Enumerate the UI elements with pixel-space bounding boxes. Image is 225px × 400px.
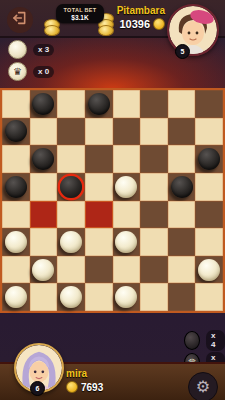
square-r6c3[interactable] (85, 256, 113, 284)
white-man[interactable]: ○ (5, 286, 27, 308)
square-r7c6[interactable] (168, 283, 196, 311)
black-man[interactable]: ● (60, 176, 82, 198)
board: ●●●●●●●○●○○○○○○○○ (0, 88, 225, 313)
total-bet-value: $3.1K (56, 14, 104, 21)
black-man[interactable]: ● (88, 93, 110, 115)
square-r7c1 (30, 283, 58, 311)
square-r4c7[interactable] (195, 201, 223, 229)
square-r5c6[interactable] (168, 228, 196, 256)
square-r1c5 (140, 118, 168, 146)
total-bet-label: TOTAL BET (56, 7, 104, 13)
exit-button[interactable] (7, 7, 33, 33)
player-captured-men: x 4 (184, 330, 225, 351)
square-r0c2 (57, 90, 85, 118)
square-r0c1[interactable]: ● (30, 90, 58, 118)
square-r7c3 (85, 283, 113, 311)
settings-button[interactable]: ⚙ (188, 372, 218, 400)
black-man[interactable]: ● (5, 120, 27, 142)
square-r6c4 (113, 256, 141, 284)
white-man[interactable]: ○ (115, 176, 137, 198)
square-r1c6[interactable] (168, 118, 196, 146)
square-r7c2[interactable]: ○ (57, 283, 85, 311)
square-r7c5 (140, 283, 168, 311)
white-man[interactable]: ○ (115, 231, 137, 253)
opponent-captured-kings: ♛ x 0 (8, 62, 54, 81)
square-r6c7[interactable]: ○ (195, 256, 223, 284)
square-r5c7 (195, 228, 223, 256)
square-r3c0[interactable]: ● (2, 173, 30, 201)
white-man[interactable]: ○ (5, 231, 27, 253)
opponent-coins: 10396 (119, 18, 150, 30)
square-r1c1 (30, 118, 58, 146)
square-r1c0[interactable]: ● (2, 118, 30, 146)
square-r6c2 (57, 256, 85, 284)
square-r2c3[interactable] (85, 145, 113, 173)
opponent-info: Pitambara 10396 (117, 5, 165, 30)
opponent-captured-men: x 3 (8, 40, 54, 59)
opponent-name: Pitambara (117, 5, 165, 16)
captured-men-count: x 3 (33, 44, 54, 56)
square-r0c5[interactable] (140, 90, 168, 118)
square-r0c0 (2, 90, 30, 118)
square-r3c1 (30, 173, 58, 201)
white-man[interactable]: ○ (60, 286, 82, 308)
coin-icon (153, 18, 165, 30)
black-man[interactable]: ● (32, 93, 54, 115)
square-r2c0 (2, 145, 30, 173)
square-r3c4[interactable]: ○ (113, 173, 141, 201)
white-king-icon: ♛ (8, 62, 27, 81)
captured-men-count: x 4 (206, 330, 225, 351)
player-level-badge: 6 (30, 381, 45, 396)
white-man[interactable]: ○ (115, 286, 137, 308)
player-name: mira (66, 368, 103, 379)
white-man[interactable]: ○ (32, 259, 54, 281)
gear-icon: ⚙ (196, 379, 210, 395)
square-r4c1[interactable] (30, 201, 58, 229)
player-info: mira 7693 (66, 368, 103, 393)
coin-stack-left (44, 24, 60, 36)
square-r3c5 (140, 173, 168, 201)
square-r4c4 (113, 201, 141, 229)
square-r3c7 (195, 173, 223, 201)
square-r0c7[interactable] (195, 90, 223, 118)
white-man[interactable]: ○ (198, 259, 220, 281)
square-r2c2 (57, 145, 85, 173)
black-man[interactable]: ● (171, 176, 193, 198)
square-r5c2[interactable]: ○ (57, 228, 85, 256)
square-r6c5[interactable] (140, 256, 168, 284)
square-r1c7 (195, 118, 223, 146)
square-r1c3 (85, 118, 113, 146)
square-r0c3[interactable]: ● (85, 90, 113, 118)
square-r5c1 (30, 228, 58, 256)
square-r2c4 (113, 145, 141, 173)
game-screen: TOTAL BET $3.1K Pitambara 10396 5 (0, 0, 225, 400)
square-r7c4[interactable]: ○ (113, 283, 141, 311)
black-man[interactable]: ● (32, 148, 54, 170)
white-man[interactable]: ○ (60, 231, 82, 253)
square-r1c4[interactable] (113, 118, 141, 146)
square-r1c2[interactable] (57, 118, 85, 146)
square-r4c2 (57, 201, 85, 229)
opponent-avatar[interactable]: 5 (167, 4, 219, 56)
square-r5c5 (140, 228, 168, 256)
square-r4c6 (168, 201, 196, 229)
square-r2c7[interactable]: ● (195, 145, 223, 173)
square-r2c5[interactable] (140, 145, 168, 173)
captured-kings-count: x 0 (33, 66, 54, 78)
total-bet-badge: TOTAL BET $3.1K (56, 4, 104, 23)
square-r3c2[interactable]: ● (57, 173, 85, 201)
player-coins: 7693 (81, 382, 103, 393)
square-r4c3[interactable] (85, 201, 113, 229)
exit-door-arrow-icon (12, 10, 28, 30)
player-avatar[interactable]: 6 (14, 343, 64, 393)
total-bet-display: TOTAL BET $3.1K (42, 4, 116, 36)
square-r4c0 (2, 201, 30, 229)
coin-icon (66, 381, 78, 393)
black-man-icon (184, 331, 200, 350)
square-r4c5[interactable] (140, 201, 168, 229)
square-r2c1[interactable]: ● (30, 145, 58, 173)
square-r7c0[interactable]: ○ (2, 283, 30, 311)
square-r6c6 (168, 256, 196, 284)
white-man-icon (8, 40, 27, 59)
square-r0c6 (168, 90, 196, 118)
square-r3c3 (85, 173, 113, 201)
square-r3c6[interactable]: ● (168, 173, 196, 201)
opponent-level-badge: 5 (175, 44, 190, 59)
square-r6c1[interactable]: ○ (30, 256, 58, 284)
square-r5c4[interactable]: ○ (113, 228, 141, 256)
black-man[interactable]: ● (198, 148, 220, 170)
square-r6c0 (2, 256, 30, 284)
square-r7c7 (195, 283, 223, 311)
square-r5c3 (85, 228, 113, 256)
square-r5c0[interactable]: ○ (2, 228, 30, 256)
black-man[interactable]: ● (5, 176, 27, 198)
square-r2c6 (168, 145, 196, 173)
square-r0c4 (113, 90, 141, 118)
